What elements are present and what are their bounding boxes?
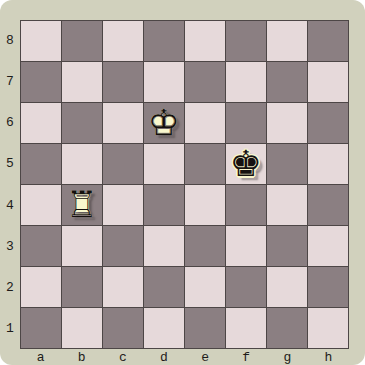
white-king[interactable]: ♚♔ <box>144 103 184 143</box>
square-c7[interactable] <box>103 62 143 102</box>
square-d1[interactable] <box>144 308 184 348</box>
chessboard-frame: 87654321 ♚♔♚♜♖ abcdefgh <box>0 0 365 365</box>
square-d7[interactable] <box>144 62 184 102</box>
square-c6[interactable] <box>103 103 143 143</box>
rank-label-5: 5 <box>0 143 20 184</box>
square-h5[interactable] <box>308 144 348 184</box>
square-f1[interactable] <box>226 308 266 348</box>
square-h2[interactable] <box>308 267 348 307</box>
square-e1[interactable] <box>185 308 225 348</box>
square-a7[interactable] <box>21 62 61 102</box>
square-e8[interactable] <box>185 21 225 61</box>
square-c4[interactable] <box>103 185 143 225</box>
square-f5[interactable]: ♚ <box>226 144 266 184</box>
square-f2[interactable] <box>226 267 266 307</box>
square-g7[interactable] <box>267 62 307 102</box>
square-b8[interactable] <box>62 21 102 61</box>
file-label-a: a <box>20 349 61 365</box>
rank-label-4: 4 <box>0 185 20 226</box>
square-h1[interactable] <box>308 308 348 348</box>
rank-label-6: 6 <box>0 102 20 143</box>
square-g8[interactable] <box>267 21 307 61</box>
square-h4[interactable] <box>308 185 348 225</box>
file-label-b: b <box>61 349 102 365</box>
black-king[interactable]: ♚ <box>226 144 266 184</box>
square-a8[interactable] <box>21 21 61 61</box>
square-b1[interactable] <box>62 308 102 348</box>
square-f7[interactable] <box>226 62 266 102</box>
square-g2[interactable] <box>267 267 307 307</box>
square-d5[interactable] <box>144 144 184 184</box>
square-c5[interactable] <box>103 144 143 184</box>
square-g5[interactable] <box>267 144 307 184</box>
square-h6[interactable] <box>308 103 348 143</box>
square-a3[interactable] <box>21 226 61 266</box>
square-d2[interactable] <box>144 267 184 307</box>
black-king-glyph: ♚ <box>226 144 266 184</box>
square-h3[interactable] <box>308 226 348 266</box>
square-c8[interactable] <box>103 21 143 61</box>
square-d4[interactable] <box>144 185 184 225</box>
square-e6[interactable] <box>185 103 225 143</box>
square-b3[interactable] <box>62 226 102 266</box>
square-b5[interactable] <box>62 144 102 184</box>
square-c2[interactable] <box>103 267 143 307</box>
rank-label-1: 1 <box>0 308 20 349</box>
square-g4[interactable] <box>267 185 307 225</box>
square-h8[interactable] <box>308 21 348 61</box>
square-f4[interactable] <box>226 185 266 225</box>
file-label-f: f <box>226 349 267 365</box>
file-label-e: e <box>185 349 226 365</box>
square-f3[interactable] <box>226 226 266 266</box>
file-label-g: g <box>267 349 308 365</box>
square-a2[interactable] <box>21 267 61 307</box>
square-b2[interactable] <box>62 267 102 307</box>
square-e4[interactable] <box>185 185 225 225</box>
rank-label-3: 3 <box>0 226 20 267</box>
square-a1[interactable] <box>21 308 61 348</box>
square-b4[interactable]: ♜♖ <box>62 185 102 225</box>
square-d3[interactable] <box>144 226 184 266</box>
square-e2[interactable] <box>185 267 225 307</box>
rank-label-8: 8 <box>0 20 20 61</box>
square-a5[interactable] <box>21 144 61 184</box>
square-a4[interactable] <box>21 185 61 225</box>
rank-label-2: 2 <box>0 267 20 308</box>
square-d8[interactable] <box>144 21 184 61</box>
square-e7[interactable] <box>185 62 225 102</box>
square-b6[interactable] <box>62 103 102 143</box>
square-g6[interactable] <box>267 103 307 143</box>
square-g3[interactable] <box>267 226 307 266</box>
file-label-c: c <box>102 349 143 365</box>
file-labels: abcdefgh <box>20 349 349 365</box>
square-b7[interactable] <box>62 62 102 102</box>
white-rook[interactable]: ♜♖ <box>62 185 102 225</box>
board: ♚♔♚♜♖ <box>20 20 349 349</box>
square-h7[interactable] <box>308 62 348 102</box>
square-c1[interactable] <box>103 308 143 348</box>
square-e5[interactable] <box>185 144 225 184</box>
square-g1[interactable] <box>267 308 307 348</box>
white-rook-glyph-outline: ♖ <box>62 185 102 225</box>
square-f8[interactable] <box>226 21 266 61</box>
square-d6[interactable]: ♚♔ <box>144 103 184 143</box>
square-a6[interactable] <box>21 103 61 143</box>
rank-labels: 87654321 <box>0 20 20 349</box>
rank-label-7: 7 <box>0 61 20 102</box>
square-e3[interactable] <box>185 226 225 266</box>
file-label-d: d <box>143 349 184 365</box>
file-label-h: h <box>308 349 349 365</box>
square-c3[interactable] <box>103 226 143 266</box>
white-king-glyph-outline: ♔ <box>144 103 184 143</box>
square-f6[interactable] <box>226 103 266 143</box>
